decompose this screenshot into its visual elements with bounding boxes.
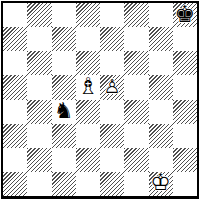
- square-a3: [3, 124, 27, 148]
- square-c7: [52, 27, 76, 51]
- square-f4: [124, 100, 148, 124]
- square-b8: [27, 3, 51, 27]
- square-f8: [124, 3, 148, 27]
- square-d1: [76, 172, 100, 196]
- piece-white-pawn: ♟♙: [100, 75, 124, 99]
- square-c2: [52, 148, 76, 172]
- square-a6: [3, 51, 27, 75]
- square-f3: [124, 124, 148, 148]
- square-e2: [100, 148, 124, 172]
- square-a2: [3, 148, 27, 172]
- square-d2: [76, 148, 100, 172]
- square-g6: [149, 51, 173, 75]
- square-b5: [27, 75, 51, 99]
- square-g5: [149, 75, 173, 99]
- diagram-margin: ♚♚♝♗♟♙♞♞♚♔: [0, 0, 200, 200]
- square-c4: ♞♞: [52, 100, 76, 124]
- square-c5: [52, 75, 76, 99]
- square-a5: [3, 75, 27, 99]
- square-c6: [52, 51, 76, 75]
- square-a8: [3, 3, 27, 27]
- square-a4: [3, 100, 27, 124]
- square-g4: [149, 100, 173, 124]
- square-a7: [3, 27, 27, 51]
- square-d6: [76, 51, 100, 75]
- square-f5: [124, 75, 148, 99]
- square-h7: [173, 27, 197, 51]
- square-h4: [173, 100, 197, 124]
- square-d5: ♝♗: [76, 75, 100, 99]
- piece-black-knight: ♞♞: [52, 100, 76, 124]
- square-b2: [27, 148, 51, 172]
- square-b3: [27, 124, 51, 148]
- square-c3: [52, 124, 76, 148]
- piece-white-king: ♚♔: [149, 172, 173, 196]
- square-b1: [27, 172, 51, 196]
- square-h3: [173, 124, 197, 148]
- square-g8: [149, 3, 173, 27]
- square-e7: [100, 27, 124, 51]
- square-e3: [100, 124, 124, 148]
- square-g7: [149, 27, 173, 51]
- square-d8: [76, 3, 100, 27]
- square-a1: [3, 172, 27, 196]
- square-d7: [76, 27, 100, 51]
- square-g2: [149, 148, 173, 172]
- square-h1: [173, 172, 197, 196]
- square-e6: [100, 51, 124, 75]
- square-f6: [124, 51, 148, 75]
- chess-board: ♚♚♝♗♟♙♞♞♚♔: [1, 1, 199, 199]
- square-c8: [52, 3, 76, 27]
- square-b4: [27, 100, 51, 124]
- square-d4: [76, 100, 100, 124]
- square-h8: ♚♚: [173, 3, 197, 27]
- piece-white-bishop: ♝♗: [76, 75, 100, 99]
- square-e1: [100, 172, 124, 196]
- square-e8: [100, 3, 124, 27]
- square-e4: [100, 100, 124, 124]
- square-h2: [173, 148, 197, 172]
- piece-black-king: ♚♚: [173, 3, 197, 27]
- square-f1: [124, 172, 148, 196]
- square-h5: [173, 75, 197, 99]
- square-g3: [149, 124, 173, 148]
- square-b6: [27, 51, 51, 75]
- square-b7: [27, 27, 51, 51]
- square-d3: [76, 124, 100, 148]
- square-c1: [52, 172, 76, 196]
- square-f2: [124, 148, 148, 172]
- square-f7: [124, 27, 148, 51]
- square-h6: [173, 51, 197, 75]
- square-e5: ♟♙: [100, 75, 124, 99]
- square-g1: ♚♔: [149, 172, 173, 196]
